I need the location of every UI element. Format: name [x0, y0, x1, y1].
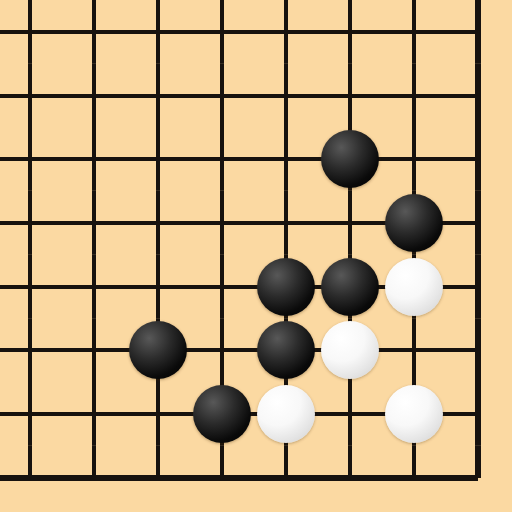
intersection[interactable] [190, 255, 254, 319]
intersection[interactable] [382, 319, 446, 383]
intersection[interactable] [62, 127, 126, 191]
intersection[interactable] [254, 0, 318, 64]
intersection[interactable] [446, 127, 510, 191]
intersection[interactable] [190, 319, 254, 383]
intersection[interactable] [254, 191, 318, 255]
intersection[interactable] [254, 127, 318, 191]
intersection[interactable] [318, 64, 382, 128]
black-stone [385, 194, 443, 252]
intersection[interactable] [446, 255, 510, 319]
intersection[interactable] [62, 255, 126, 319]
white-stone [257, 385, 315, 443]
intersection[interactable] [446, 319, 510, 383]
intersection[interactable] [0, 127, 62, 191]
intersection[interactable] [190, 191, 254, 255]
intersection[interactable] [318, 0, 382, 64]
intersection[interactable] [254, 319, 318, 383]
intersection[interactable] [0, 0, 62, 64]
intersection[interactable] [446, 191, 510, 255]
intersection[interactable] [382, 446, 446, 510]
intersection[interactable] [318, 191, 382, 255]
intersection[interactable] [126, 191, 190, 255]
intersection[interactable] [318, 255, 382, 319]
black-stone [193, 385, 251, 443]
intersection[interactable] [446, 446, 510, 510]
intersection[interactable] [62, 319, 126, 383]
intersection[interactable] [62, 446, 126, 510]
intersection[interactable] [382, 64, 446, 128]
intersection[interactable] [190, 446, 254, 510]
intersection[interactable] [126, 255, 190, 319]
intersection[interactable] [254, 382, 318, 446]
intersection[interactable] [446, 64, 510, 128]
intersection[interactable] [446, 382, 510, 446]
intersection[interactable] [126, 127, 190, 191]
intersection[interactable] [382, 382, 446, 446]
black-stone [129, 321, 187, 379]
intersection[interactable] [126, 446, 190, 510]
intersection[interactable] [382, 191, 446, 255]
black-stone [321, 130, 379, 188]
intersection[interactable] [62, 191, 126, 255]
intersection[interactable] [318, 127, 382, 191]
intersection[interactable] [0, 64, 62, 128]
white-stone [385, 258, 443, 316]
intersection[interactable] [254, 64, 318, 128]
intersection[interactable] [446, 0, 510, 64]
black-stone [257, 321, 315, 379]
intersection[interactable] [318, 319, 382, 383]
black-stone [257, 258, 315, 316]
intersection[interactable] [190, 127, 254, 191]
intersection[interactable] [62, 64, 126, 128]
go-board-grid [0, 0, 510, 510]
white-stone [385, 385, 443, 443]
intersection[interactable] [0, 255, 62, 319]
intersection[interactable] [0, 382, 62, 446]
intersection[interactable] [126, 319, 190, 383]
black-stone [321, 258, 379, 316]
intersection[interactable] [382, 0, 446, 64]
intersection[interactable] [190, 64, 254, 128]
intersection[interactable] [0, 319, 62, 383]
intersection[interactable] [126, 0, 190, 64]
go-board [0, 0, 512, 512]
white-stone [321, 321, 379, 379]
intersection[interactable] [382, 127, 446, 191]
intersection[interactable] [0, 446, 62, 510]
intersection[interactable] [382, 255, 446, 319]
intersection[interactable] [0, 191, 62, 255]
intersection[interactable] [126, 64, 190, 128]
intersection[interactable] [190, 0, 254, 64]
intersection[interactable] [318, 382, 382, 446]
intersection[interactable] [62, 382, 126, 446]
intersection[interactable] [62, 0, 126, 64]
intersection[interactable] [254, 255, 318, 319]
intersection[interactable] [254, 446, 318, 510]
intersection[interactable] [126, 382, 190, 446]
intersection[interactable] [318, 446, 382, 510]
intersection[interactable] [190, 382, 254, 446]
